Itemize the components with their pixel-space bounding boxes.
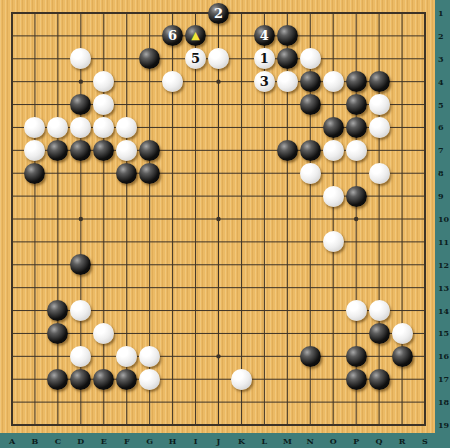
- row-label-1: 1: [438, 9, 444, 17]
- stone-black-Q15[interactable]: [369, 323, 390, 344]
- stone-black-E17[interactable]: [93, 369, 114, 390]
- column-label-R: R: [399, 437, 406, 445]
- stone-white-Q14[interactable]: [369, 300, 390, 321]
- row-label-12: 12: [438, 261, 449, 269]
- stone-black-N7[interactable]: [300, 140, 321, 161]
- stone-black-P16[interactable]: [346, 346, 367, 367]
- row-label-13: 13: [438, 284, 449, 292]
- row-label-4: 4: [438, 78, 444, 86]
- stone-black-P5[interactable]: [346, 94, 367, 115]
- stone-white-G16[interactable]: [139, 346, 160, 367]
- stone-white-I3[interactable]: 5: [185, 48, 206, 69]
- stone-white-Q6[interactable]: [369, 117, 390, 138]
- row-label-2: 2: [438, 32, 444, 40]
- row-label-10: 10: [438, 215, 449, 223]
- stone-black-N4[interactable]: [300, 71, 321, 92]
- star-point-J16: [216, 354, 220, 358]
- stone-white-G17[interactable]: [139, 369, 160, 390]
- stone-white-F6[interactable]: [116, 117, 137, 138]
- row-label-18: 18: [438, 398, 449, 406]
- stone-white-P14[interactable]: [346, 300, 367, 321]
- stone-white-P7[interactable]: [346, 140, 367, 161]
- star-point-D10: [79, 217, 83, 221]
- stone-black-P17[interactable]: [346, 369, 367, 390]
- row-label-16: 16: [438, 352, 449, 360]
- row-label-15: 15: [438, 329, 449, 337]
- stone-white-M4[interactable]: [277, 71, 298, 92]
- stone-white-O9[interactable]: [323, 186, 344, 207]
- stone-white-N8[interactable]: [300, 163, 321, 184]
- column-label-N: N: [307, 437, 314, 445]
- stone-black-Q17[interactable]: [369, 369, 390, 390]
- stone-black-L2[interactable]: 4: [254, 25, 275, 46]
- stone-white-Q5[interactable]: [369, 94, 390, 115]
- stone-white-O7[interactable]: [323, 140, 344, 161]
- stone-black-N5[interactable]: [300, 94, 321, 115]
- row-label-8: 8: [438, 169, 444, 177]
- stone-black-G8[interactable]: [139, 163, 160, 184]
- row-label-9: 9: [438, 192, 444, 200]
- stone-white-L4[interactable]: 3: [254, 71, 275, 92]
- stone-black-F8[interactable]: [116, 163, 137, 184]
- stone-black-F17[interactable]: [116, 369, 137, 390]
- stone-black-M7[interactable]: [277, 140, 298, 161]
- stone-black-Q4[interactable]: [369, 71, 390, 92]
- column-label-C: C: [55, 437, 61, 445]
- column-label-F: F: [124, 437, 130, 445]
- row-label-5: 5: [438, 101, 444, 109]
- stone-black-D17[interactable]: [70, 369, 91, 390]
- stone-white-Q8[interactable]: [369, 163, 390, 184]
- stone-white-R15[interactable]: [392, 323, 413, 344]
- stone-white-O11[interactable]: [323, 231, 344, 252]
- move-number-label-2: 2: [208, 3, 229, 24]
- stone-white-L3[interactable]: 1: [254, 48, 275, 69]
- column-label-D: D: [77, 437, 84, 445]
- move-number-label-6: 6: [162, 25, 183, 46]
- column-label-M: M: [283, 437, 292, 445]
- stone-black-R16[interactable]: [392, 346, 413, 367]
- triangle-mark-icon: ▲: [185, 25, 206, 46]
- column-label-B: B: [32, 437, 39, 445]
- star-point-D4: [79, 79, 83, 83]
- star-point-J4: [216, 79, 220, 83]
- column-label-K: K: [238, 437, 245, 445]
- stone-white-O4[interactable]: [323, 71, 344, 92]
- column-label-E: E: [101, 437, 107, 445]
- column-label-A: A: [9, 437, 15, 445]
- stone-black-N16[interactable]: [300, 346, 321, 367]
- row-label-3: 3: [438, 55, 444, 63]
- move-number-label-1: 1: [254, 48, 275, 69]
- column-label-O: O: [330, 437, 337, 445]
- row-label-19: 19: [438, 421, 449, 429]
- go-board-app: 26▲4513 12345678910111213141516171819ABC…: [0, 0, 450, 448]
- stone-black-C17[interactable]: [47, 369, 68, 390]
- column-label-P: P: [353, 437, 359, 445]
- move-number-label-5: 5: [185, 48, 206, 69]
- stone-black-P9[interactable]: [346, 186, 367, 207]
- column-label-Q: Q: [376, 437, 383, 445]
- stone-white-F16[interactable]: [116, 346, 137, 367]
- stone-black-P4[interactable]: [346, 71, 367, 92]
- column-label-I: I: [194, 437, 198, 445]
- stone-black-I2[interactable]: ▲: [185, 25, 206, 46]
- stone-white-K17[interactable]: [231, 369, 252, 390]
- stone-white-F7[interactable]: [116, 140, 137, 161]
- move-number-label-3: 3: [254, 71, 275, 92]
- row-label-14: 14: [438, 307, 449, 315]
- row-label-7: 7: [438, 146, 444, 154]
- stone-black-G7[interactable]: [139, 140, 160, 161]
- stone-black-O6[interactable]: [323, 117, 344, 138]
- stone-white-N3[interactable]: [300, 48, 321, 69]
- move-number-label-4: 4: [254, 25, 275, 46]
- row-label-17: 17: [438, 375, 449, 383]
- stone-black-J1[interactable]: 2: [208, 3, 229, 24]
- column-label-G: G: [146, 437, 153, 445]
- stone-black-P6[interactable]: [346, 117, 367, 138]
- row-label-11: 11: [438, 238, 449, 246]
- column-label-H: H: [169, 437, 177, 445]
- row-label-6: 6: [438, 123, 444, 131]
- stone-black-H2[interactable]: 6: [162, 25, 183, 46]
- star-point-P10: [354, 217, 358, 221]
- column-label-L: L: [262, 437, 268, 445]
- stone-black-M3[interactable]: [277, 48, 298, 69]
- star-point-J10: [216, 217, 220, 221]
- column-label-J: J: [217, 437, 221, 445]
- stone-black-E7[interactable]: [93, 140, 114, 161]
- column-label-S: S: [422, 437, 428, 445]
